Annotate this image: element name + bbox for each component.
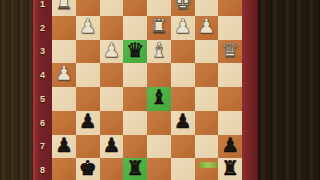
square-g7[interactable] (76, 135, 100, 159)
square-g2[interactable]: ♟ (76, 16, 100, 40)
square-g8[interactable]: ♚ (76, 158, 100, 180)
square-d5[interactable]: ♝ (147, 87, 171, 111)
square-a3[interactable]: ♛ (218, 40, 242, 64)
square-f2[interactable] (100, 16, 124, 40)
black-pawn-a7: ♟ (221, 134, 239, 158)
rank-label-5: 5 (33, 94, 52, 104)
white-king-c1: ♚ (174, 0, 192, 15)
square-d4[interactable] (147, 63, 171, 87)
square-c3[interactable] (171, 40, 195, 64)
square-f3[interactable]: ♟ (100, 40, 124, 64)
square-h6[interactable] (52, 111, 76, 135)
black-rook-a8: ♜ (221, 157, 239, 180)
square-b2[interactable]: ♟ (195, 16, 219, 40)
square-f8[interactable] (100, 158, 124, 180)
board-border-right (242, 0, 258, 180)
black-bishop-d5: ♝ (150, 86, 168, 110)
green-watermark-smudge (199, 162, 217, 168)
square-h5[interactable] (52, 87, 76, 111)
square-e6[interactable] (123, 111, 147, 135)
black-queen-e3: ♛ (126, 39, 144, 63)
white-pawn-b2: ♟ (197, 15, 215, 39)
square-g3[interactable] (76, 40, 100, 64)
black-pawn-h7: ♟ (55, 134, 73, 158)
square-c4[interactable] (171, 63, 195, 87)
black-king-g8: ♚ (79, 157, 97, 180)
square-e4[interactable] (123, 63, 147, 87)
square-h2[interactable] (52, 16, 76, 40)
square-h7[interactable]: ♟ (52, 135, 76, 159)
square-f4[interactable] (100, 63, 124, 87)
square-c5[interactable] (171, 87, 195, 111)
square-f6[interactable] (100, 111, 124, 135)
white-pawn-c2: ♟ (174, 15, 192, 39)
square-e2[interactable] (123, 16, 147, 40)
square-a7[interactable]: ♟ (218, 135, 242, 159)
square-h1[interactable]: ♜ (52, 0, 76, 16)
square-b3[interactable] (195, 40, 219, 64)
square-c2[interactable]: ♟ (171, 16, 195, 40)
chess-board: ♜♚♟♜♟♟♟♛♝♛♟♝♟♟♟♟♟♚♜♜ (52, 0, 242, 180)
square-f1[interactable] (100, 0, 124, 16)
square-c7[interactable] (171, 135, 195, 159)
square-a8[interactable]: ♜ (218, 158, 242, 180)
square-h4[interactable]: ♟ (52, 63, 76, 87)
square-f7[interactable]: ♟ (100, 135, 124, 159)
square-a4[interactable] (218, 63, 242, 87)
square-b6[interactable] (195, 111, 219, 135)
black-pawn-g6: ♟ (79, 110, 97, 134)
rank-label-1: 1 (33, 0, 52, 9)
black-pawn-f7: ♟ (102, 134, 120, 158)
square-d7[interactable] (147, 135, 171, 159)
square-e7[interactable] (123, 135, 147, 159)
white-pawn-h4: ♟ (55, 62, 73, 86)
square-h3[interactable] (52, 40, 76, 64)
white-bishop-d3: ♝ (150, 39, 168, 63)
square-a2[interactable] (218, 16, 242, 40)
square-d8[interactable] (147, 158, 171, 180)
video-frame: 12345678 ♜♚♟♜♟♟♟♛♝♛♟♝♟♟♟♟♟♚♜♜ (0, 0, 320, 180)
rank-label-4: 4 (33, 70, 52, 80)
white-rook-h1: ♜ (55, 0, 73, 15)
square-e1[interactable] (123, 0, 147, 16)
black-pawn-c6: ♟ (174, 110, 192, 134)
square-h8[interactable] (52, 158, 76, 180)
square-a6[interactable] (218, 111, 242, 135)
square-c8[interactable] (171, 158, 195, 180)
square-g4[interactable] (76, 63, 100, 87)
square-e8[interactable]: ♜ (123, 158, 147, 180)
rank-label-7: 7 (33, 141, 52, 151)
wood-frame-right (258, 0, 320, 180)
black-rook-e8: ♜ (126, 157, 144, 180)
rank-label-2: 2 (33, 23, 52, 33)
square-g5[interactable] (76, 87, 100, 111)
wood-frame-left (0, 0, 33, 180)
white-pawn-f3: ♟ (102, 39, 120, 63)
square-d3[interactable]: ♝ (147, 40, 171, 64)
rank-label-3: 3 (33, 46, 52, 56)
white-pawn-g2: ♟ (79, 15, 97, 39)
square-b5[interactable] (195, 87, 219, 111)
square-g6[interactable]: ♟ (76, 111, 100, 135)
square-e3[interactable]: ♛ (123, 40, 147, 64)
rank-label-8: 8 (33, 165, 52, 175)
square-b7[interactable] (195, 135, 219, 159)
rank-label-6: 6 (33, 118, 52, 128)
square-b4[interactable] (195, 63, 219, 87)
square-e5[interactable] (123, 87, 147, 111)
white-rook-d2: ♜ (150, 15, 168, 39)
square-a1[interactable] (218, 0, 242, 16)
white-queen-a3: ♛ (221, 39, 239, 63)
square-f5[interactable] (100, 87, 124, 111)
square-c6[interactable]: ♟ (171, 111, 195, 135)
board-border-left: 12345678 (33, 0, 52, 180)
square-d6[interactable] (147, 111, 171, 135)
square-d2[interactable]: ♜ (147, 16, 171, 40)
square-a5[interactable] (218, 87, 242, 111)
